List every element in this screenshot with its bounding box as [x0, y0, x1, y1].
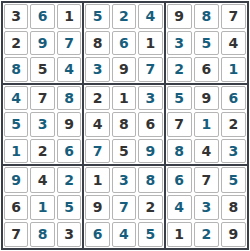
cell-r9c4[interactable]: 6: [85, 222, 109, 247]
cell-r8c9[interactable]: 8: [221, 195, 246, 220]
cell-r1c8[interactable]: 8: [194, 4, 219, 29]
cell-r8c4[interactable]: 9: [85, 195, 109, 220]
cell-r7c8[interactable]: 7: [194, 167, 219, 192]
cell-r4c2[interactable]: 7: [30, 86, 54, 111]
cell-r4c4[interactable]: 2: [85, 86, 109, 111]
cell-r1c5[interactable]: 2: [112, 4, 136, 29]
cell-r2c7[interactable]: 3: [167, 31, 192, 56]
cell-r6c6[interactable]: 9: [138, 139, 162, 164]
cell-r3c9[interactable]: 1: [221, 57, 246, 82]
cell-r7c4[interactable]: 1: [85, 167, 109, 192]
cell-r4c7[interactable]: 5: [167, 86, 192, 111]
sudoku-box-4: 478539126: [3, 85, 84, 167]
cell-r1c3[interactable]: 1: [57, 4, 81, 29]
cell-r1c1[interactable]: 3: [4, 4, 28, 29]
cell-r8c6[interactable]: 2: [138, 195, 162, 220]
cell-r4c6[interactable]: 3: [138, 86, 162, 111]
cell-r6c7[interactable]: 8: [167, 139, 192, 164]
cell-r6c4[interactable]: 7: [85, 139, 109, 164]
cell-r2c1[interactable]: 2: [4, 31, 28, 56]
cell-r2c6[interactable]: 1: [138, 31, 162, 56]
cell-r7c9[interactable]: 5: [221, 167, 246, 192]
sudoku-box-8: 138972645: [84, 166, 165, 248]
cell-r1c6[interactable]: 4: [138, 4, 162, 29]
cell-r8c2[interactable]: 1: [30, 195, 54, 220]
cell-r2c5[interactable]: 6: [112, 31, 136, 56]
cell-r3c8[interactable]: 6: [194, 57, 219, 82]
cell-r5c3[interactable]: 9: [57, 112, 81, 137]
cell-r9c2[interactable]: 8: [30, 222, 54, 247]
cell-r8c5[interactable]: 7: [112, 195, 136, 220]
sudoku-box-6: 596712843: [166, 85, 247, 167]
cell-r1c4[interactable]: 5: [85, 4, 109, 29]
cell-r3c5[interactable]: 9: [112, 57, 136, 82]
cell-r5c4[interactable]: 4: [85, 112, 109, 137]
cell-r9c1[interactable]: 7: [4, 222, 28, 247]
cell-r2c2[interactable]: 9: [30, 31, 54, 56]
cell-r7c6[interactable]: 8: [138, 167, 162, 192]
cell-r6c8[interactable]: 4: [194, 139, 219, 164]
cell-r4c1[interactable]: 4: [4, 86, 28, 111]
cell-r7c5[interactable]: 3: [112, 167, 136, 192]
cell-r5c9[interactable]: 2: [221, 112, 246, 137]
cell-r2c8[interactable]: 5: [194, 31, 219, 56]
cell-r5c2[interactable]: 3: [30, 112, 54, 137]
cell-r5c7[interactable]: 7: [167, 112, 192, 137]
sudoku-box-9: 675438129: [166, 166, 247, 248]
cell-r9c8[interactable]: 2: [194, 222, 219, 247]
cell-r6c9[interactable]: 3: [221, 139, 246, 164]
sudoku-box-7: 942615783: [3, 166, 84, 248]
cell-r4c3[interactable]: 8: [57, 86, 81, 111]
cell-r6c2[interactable]: 2: [30, 139, 54, 164]
cell-r9c9[interactable]: 9: [221, 222, 246, 247]
cell-r3c2[interactable]: 5: [30, 57, 54, 82]
sudoku-screen: 3612978545248613979873542614785391262134…: [0, 0, 250, 251]
cell-r7c2[interactable]: 4: [30, 167, 54, 192]
cell-r1c9[interactable]: 7: [221, 4, 246, 29]
cell-r7c3[interactable]: 2: [57, 167, 81, 192]
cell-r4c8[interactable]: 9: [194, 86, 219, 111]
cell-r2c9[interactable]: 4: [221, 31, 246, 56]
cell-r8c7[interactable]: 4: [167, 195, 192, 220]
cell-r3c3[interactable]: 4: [57, 57, 81, 82]
cell-r5c1[interactable]: 5: [4, 112, 28, 137]
cell-r8c8[interactable]: 3: [194, 195, 219, 220]
cell-r3c4[interactable]: 3: [85, 57, 109, 82]
sudoku-box-5: 213486759: [84, 85, 165, 167]
cell-r5c8[interactable]: 1: [194, 112, 219, 137]
sudoku-board: 3612978545248613979873542614785391262134…: [1, 1, 249, 250]
cell-r5c5[interactable]: 8: [112, 112, 136, 137]
cell-r6c1[interactable]: 1: [4, 139, 28, 164]
cell-r9c6[interactable]: 5: [138, 222, 162, 247]
cell-r2c3[interactable]: 7: [57, 31, 81, 56]
cell-r8c1[interactable]: 6: [4, 195, 28, 220]
sudoku-box-1: 361297854: [3, 3, 84, 85]
cell-r2c4[interactable]: 8: [85, 31, 109, 56]
cell-r1c7[interactable]: 9: [167, 4, 192, 29]
cell-r9c5[interactable]: 4: [112, 222, 136, 247]
cell-r5c6[interactable]: 6: [138, 112, 162, 137]
cell-r3c7[interactable]: 2: [167, 57, 192, 82]
cell-r1c2[interactable]: 6: [30, 4, 54, 29]
cell-r6c3[interactable]: 6: [57, 139, 81, 164]
cell-r9c7[interactable]: 1: [167, 222, 192, 247]
sudoku-box-3: 987354261: [166, 3, 247, 85]
cell-r7c1[interactable]: 9: [4, 167, 28, 192]
cell-r7c7[interactable]: 6: [167, 167, 192, 192]
sudoku-box-2: 524861397: [84, 3, 165, 85]
cell-r8c3[interactable]: 5: [57, 195, 81, 220]
cell-r4c5[interactable]: 1: [112, 86, 136, 111]
cell-r9c3[interactable]: 3: [57, 222, 81, 247]
cell-r6c5[interactable]: 5: [112, 139, 136, 164]
cell-r4c9[interactable]: 6: [221, 86, 246, 111]
cell-r3c1[interactable]: 8: [4, 57, 28, 82]
cell-r3c6[interactable]: 7: [138, 57, 162, 82]
